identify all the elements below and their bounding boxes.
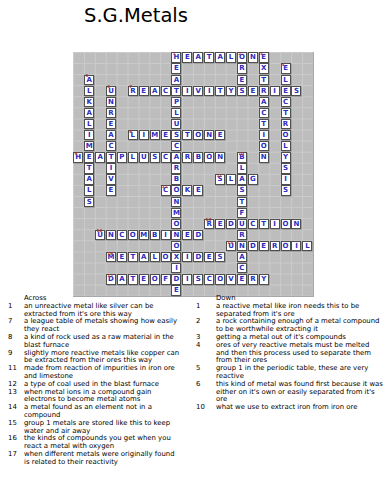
grid-cell: E [259,241,269,251]
grid-cell: R [237,63,247,73]
grid-cell: O [171,185,181,195]
grid-cell: A [84,174,94,184]
grid-cell: T [259,119,269,129]
cell-letter: R [238,64,246,73]
grid-cell: L [84,119,94,129]
clue-text: a metal found as an element not in a com… [24,404,180,420]
cell-letter: I [183,275,191,284]
cell-letter: R [183,153,191,162]
cell-letter: U [172,120,180,129]
cell-letter: C [162,153,170,162]
grid-cell: R [182,152,192,162]
cell-letter: O [260,142,268,151]
grid-cell: C [161,86,171,96]
clue-number: 7 [8,318,24,334]
grid-cell: I [139,130,149,140]
grid-cell: V [193,86,203,96]
cell-letter: D [194,231,202,240]
grid-cell: L [226,174,236,184]
cell-letter: N [205,131,213,140]
cell-letter: A [216,53,224,62]
grid-cell: R [106,108,116,118]
grid-cell: I [270,219,280,229]
grid-cell: M [139,230,149,240]
clue-number: 16 [8,435,24,451]
grid-cell: S [150,152,160,162]
cell-letter: T [260,120,268,129]
grid-cell: L [226,52,236,62]
cell-letter: T [260,76,268,85]
cell-letter: S [194,275,202,284]
grid-cell: A [171,75,181,85]
cell-letter: U [140,153,148,162]
grid-cell: T [171,86,181,96]
cell-letter: A [238,175,246,184]
cell-letter: I [140,131,148,140]
grid-cell: E [281,86,291,96]
cell-letter: S [238,186,246,195]
cell-letter: E [85,153,93,162]
cell-letter: S [216,253,224,262]
cell-letter: A [151,87,159,96]
cell-letter: D [172,275,180,284]
cell-letter: E [172,64,180,73]
clue-text: when different metals were originally fo… [24,451,180,467]
grid-cell: F [237,208,247,218]
cell-clue-number: 4 [282,63,285,67]
cell-letter: E [107,186,115,195]
grid-cell: U [237,219,247,229]
grid-cell: L [281,141,291,151]
cell-letter: A [118,275,126,284]
cell-letter: V [194,87,202,96]
grid-cell: 2O [237,52,247,62]
grid-cell: O [215,274,225,284]
cell-letter: R [238,231,246,240]
grid-cell: V [226,274,236,284]
cell-letter: M [85,142,93,151]
down-clue: 10what we use to extract iron from iron … [196,404,384,412]
down-clue: 6this kind of metal was found first beca… [196,381,384,404]
cell-letter: C [118,231,126,240]
grid-cell: O [161,252,171,262]
clue-number: 5 [196,365,216,381]
grid-cell: 7R [128,86,138,96]
grid-cell: R [281,119,291,129]
grid-cell: I [161,230,171,240]
cell-letter: U [238,220,246,229]
grid-cell: 1H [171,52,181,62]
cell-letter: L [238,164,246,173]
across-clue-list: 1an unreactive metal like silver can be … [8,303,180,467]
grid-cell: C [117,230,127,240]
cell-letter: O [172,242,180,251]
cell-letter: T [107,153,115,162]
across-clue: 9slightly more reactive metals like copp… [8,350,180,366]
clue-number: 13 [8,389,24,405]
grid-cell: D [226,219,236,229]
grid-cell: D [193,230,203,240]
clue-text: this kind of metal was found first becau… [216,381,384,404]
grid-cell: N [171,197,181,207]
cell-letter: S [151,153,159,162]
grid-cell: I [259,130,269,140]
clue-text: group 1 metals are stored like this to k… [24,420,180,436]
cell-letter: A [140,253,148,262]
grid-cell: I [182,86,192,96]
cell-letter: R [260,87,268,96]
cell-letter: N [249,53,257,62]
cell-letter: I [271,87,279,96]
grid-cell: E [237,75,247,85]
across-clue: 15group 1 metals are stored like this to… [8,420,180,436]
cell-letter: T [238,198,246,207]
grid-cell: E [161,130,171,140]
cell-letter: T [216,87,224,96]
grid-cell: O [171,219,181,229]
cell-letter: O [216,275,224,284]
grid-cell: N [291,219,301,229]
cell-letter: R [249,275,257,284]
cell-clue-number: 8 [129,130,132,134]
cell-letter: N [292,220,300,229]
across-clue: 13when metal ions in a compound gain ele… [8,389,180,405]
cell-letter: T [172,87,180,96]
grid-cell: E [193,185,203,195]
puzzle-title: S.G.Metals [0,4,272,27]
grid-cell: S [237,185,247,195]
clue-text: made from reaction of impurities in iron… [24,365,180,381]
cell-letter: E [183,53,191,62]
cell-letter: T [260,220,268,229]
cell-letter: F [162,275,170,284]
grid-cell: O [281,130,291,140]
cell-letter: O [282,131,290,140]
cell-clue-number: 13 [206,218,212,222]
grid-cell: E [139,274,149,284]
cell-letter: A [107,131,115,140]
grid-cell: L [150,252,160,262]
grid-cell: O [281,219,291,229]
grid-cell: L [281,75,291,85]
grid-cell: 4E [281,63,291,73]
cell-letter: P [172,98,180,107]
grid-cell: E [215,130,225,140]
cell-clue-number: 5 [86,74,89,78]
cell-letter: E [140,87,148,96]
cell-letter: A [172,153,180,162]
grid-cell: T [281,108,291,118]
grid-cell: 3E [259,52,269,62]
cell-letter: I [260,131,268,140]
grid-cell: 17D [106,274,116,284]
cell-letter: C [162,87,170,96]
grid-cell: O [128,230,138,240]
grid-cell: 14U [95,230,105,240]
clue-number: 14 [8,404,24,420]
cell-letter: C [238,264,246,273]
grid-cell: I [182,252,192,262]
cell-letter: T [85,164,93,173]
cell-letter: O [162,253,170,262]
cell-letter: A [238,253,246,262]
cell-letter: O [151,275,159,284]
crossword-grid: 1HEATAL2ON3EERX4E5AAETLL6U7REACTIVITYSER… [73,52,314,297]
clue-number: 10 [196,404,216,412]
grid-cell: E [139,86,149,96]
grid-cell: I [204,86,214,96]
cell-letter: E [107,120,115,129]
cell-letter: O [172,186,180,195]
grid-cell: S [193,274,203,284]
grid-cell: S [171,130,181,140]
grid-cell: X [171,252,181,262]
cell-letter: I [183,87,191,96]
cell-letter: N [238,242,246,251]
cell-clue-number: 11 [216,174,222,178]
grid-cell: 8L [128,130,138,140]
grid-cell: E [182,230,192,240]
grid-cell: A [237,252,247,262]
cell-letter: E [205,253,213,262]
clue-text: a rock containing enough of a metal comp… [216,318,384,334]
grid-cell: A [150,86,160,96]
cell-letter: L [227,53,235,62]
clue-text: a kind of rock used as a raw material in… [24,334,180,350]
grid-cell: Y [281,152,291,162]
down-clue: 1a reactive metal like iron needs this t… [196,303,384,319]
cell-letter: S [282,164,290,173]
grid-cell: Y [226,86,236,96]
grid-cell: A [171,152,181,162]
grid-cell: A [215,52,225,62]
clue-number: 17 [8,451,24,467]
cell-letter: L [151,253,159,262]
grid-cell: C [281,97,291,107]
clue-text: what we use to extract iron from iron or… [216,404,384,412]
cell-letter: A [96,153,104,162]
cell-letter: M [140,231,148,240]
clue-text: ores of very reactive metals must be mel… [216,342,384,365]
cell-letter: L [85,120,93,129]
grid-cell: R [270,241,280,251]
grid-cell: B [193,152,203,162]
cell-letter: N [172,231,180,240]
cell-letter: K [183,186,191,195]
grid-cell: C [237,263,247,273]
clue-text: slightly more reactive metals like coppe… [24,350,180,366]
grid-cell: O [259,141,269,151]
cell-letter: V [227,275,235,284]
cell-letter: A [172,76,180,85]
cell-letter: E [216,220,224,229]
grid-cell: L [128,152,138,162]
grid-cell: U [139,152,149,162]
grid-cell: O [281,241,291,251]
clue-number: 1 [8,303,24,319]
cell-letter: X [260,64,268,73]
grid-cell: S [281,163,291,173]
cell-letter: E [140,275,148,284]
cell-letter: O [282,242,290,251]
cell-letter: C [282,98,290,107]
cell-letter: L [85,186,93,195]
grid-cell: 9H [73,152,83,162]
grid-cell: N [171,230,181,240]
grid-cell: T [106,152,116,162]
grid-cell: O [171,241,181,251]
grid-cell: B [171,174,181,184]
cell-letter: O [282,220,290,229]
grid-cell: 6U [106,86,116,96]
grid-cell: L [237,163,247,173]
grid-cell: O [193,130,203,140]
cell-letter: D [227,220,235,229]
cell-letter: B [172,175,180,184]
cell-letter: E [238,76,246,85]
cell-letter: E [118,253,126,262]
grid-cell: E [237,274,247,284]
clue-number: 4 [196,342,216,365]
grid-cell: R [171,163,181,173]
cell-letter: R [282,120,290,129]
grid-cell: D [193,252,203,262]
grid-cell: 11S [215,174,225,184]
clue-number: 1 [196,303,216,319]
clue-text: the kinds of compounds you get when you … [24,435,180,451]
cell-letter: C [205,275,213,284]
grid-cell: S [291,86,301,96]
cell-letter: I [107,164,115,173]
grid-cell: A [95,152,105,162]
grid-cell: P [117,152,127,162]
grid-cell: A [84,108,94,118]
grid-cell: C [171,141,181,151]
cell-letter: G [249,175,257,184]
cell-letter: O [205,153,213,162]
grid-cell: V [106,174,116,184]
cell-letter: I [292,242,300,251]
grid-cell: G [248,174,258,184]
grid-cell: I [171,263,181,273]
grid-cell: X [259,63,269,73]
cell-clue-number: 10 [238,152,244,156]
grid-cell: L [84,185,94,195]
grid-cell: B [150,230,160,240]
grid-cell: A [193,52,203,62]
across-clue: 7a league table of metals showing how ea… [8,318,180,334]
grid-cell: 15U [226,241,236,251]
cell-clue-number: 14 [96,229,102,233]
cell-letter: C [107,142,115,151]
cell-letter: D [249,242,257,251]
cell-letter: L [172,109,180,118]
grid-cell: 16M [106,252,116,262]
grid-cell: A [117,274,127,284]
cell-letter: E [194,186,202,195]
grid-cell: E [204,252,214,262]
cell-letter: Y [260,275,268,284]
grid-cell: S [84,197,94,207]
grid-cell: E [248,86,258,96]
grid-cell: A [237,174,247,184]
clue-number: 15 [8,420,24,436]
cell-letter: B [151,231,159,240]
down-clue: 2a rock containing enough of a metal com… [196,318,384,334]
cell-letter: R [271,242,279,251]
grid-cell: M [150,130,160,140]
grid-cell: I [182,274,192,284]
cell-letter: N [107,98,115,107]
cell-clue-number: 2 [238,52,241,56]
cell-clue-number: 15 [227,241,233,245]
grid-cell: I [84,130,94,140]
grid-cell: O [150,274,160,284]
cell-letter: S [85,198,93,207]
grid-cell: T [215,86,225,96]
grid-cell: L [171,108,181,118]
grid-cell: K [182,185,192,195]
cell-letter: B [194,153,202,162]
cell-clue-number: 9 [75,152,78,156]
grid-cell: U [171,119,181,129]
grid-cell: 12C [161,185,171,195]
grid-cell: I [270,86,280,96]
grid-cell: R [237,230,247,240]
cell-letter: E [183,231,191,240]
cell-letter: F [238,209,246,218]
cell-clue-number: 3 [260,52,263,56]
grid-cell: E [106,119,116,129]
cell-letter: L [85,87,93,96]
clue-text: a reactive metal like iron needs this to… [216,303,384,319]
cell-letter: K [85,98,93,107]
across-clue: 16the kinds of compounds you get when yo… [8,435,180,451]
grid-cell: I [106,163,116,173]
cell-letter: L [129,153,137,162]
grid-cell: T [84,163,94,173]
grid-cell: A [259,97,269,107]
cell-letter: E [216,131,224,140]
grid-cell: T [204,52,214,62]
down-clue-list: 1a reactive metal like iron needs this t… [196,303,384,412]
grid-cell: E [215,219,225,229]
cell-letter: I [205,87,213,96]
grid-cell: T [259,75,269,85]
cell-letter: S [238,87,246,96]
cell-letter: S [292,87,300,96]
grid-cell: E [84,152,94,162]
grid-cell: P [171,97,181,107]
cell-letter: D [194,253,202,262]
cell-letter: O [172,220,180,229]
cell-letter: Y [227,87,235,96]
grid-cell: C [259,108,269,118]
grid-cell: N [106,97,116,107]
grid-cell: T [128,274,138,284]
cell-letter: C [260,109,268,118]
across-clues-section: Across 1an unreactive metal like silver … [8,295,180,467]
cell-letter: A [85,175,93,184]
across-clue: 14a metal found as an element not in a c… [8,404,180,420]
cell-letter: E [249,87,257,96]
cell-clue-number: 1 [173,52,176,56]
grid-cell: 10B [237,152,247,162]
grid-cell: L [302,241,312,251]
cell-letter: L [282,76,290,85]
clue-number: 9 [8,350,24,366]
grid-cell: E [117,252,127,262]
